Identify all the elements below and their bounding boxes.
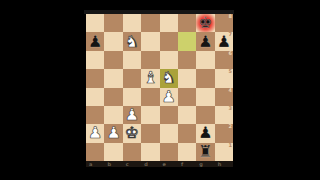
piece-white-pawn-a2[interactable]: ♟ [88,125,102,141]
rank-label-1: 1 [229,143,232,148]
file-label-e: e [160,161,178,167]
square-b2[interactable]: ♟ [104,124,122,142]
file-label-d: d [141,161,159,167]
piece-white-pawn-e4[interactable]: ♟ [162,88,176,104]
file-coordinates-strip: abcdefgh [86,161,233,167]
piece-white-knight-c7[interactable]: ♞ [125,33,139,49]
square-c6[interactable] [123,51,141,69]
square-g4[interactable] [196,88,214,106]
piece-white-pawn-c3[interactable]: ♟ [125,107,139,123]
square-f3[interactable] [178,106,196,124]
square-a7[interactable]: ♟ [86,32,104,50]
rank-label-8: 8 [229,14,232,19]
piece-black-pawn-g2[interactable]: ♟ [198,125,212,141]
file-label-b: b [104,161,122,167]
piece-black-pawn-h7[interactable]: ♟ [217,33,231,49]
square-h5[interactable]: 5 [215,69,233,87]
square-g3[interactable] [196,106,214,124]
square-c2[interactable]: ♚ [123,124,141,142]
rank-label-2: 2 [229,124,232,129]
rank-label-4: 4 [229,88,232,93]
square-d7[interactable] [141,32,159,50]
piece-white-king-c2[interactable]: ♚ [125,125,139,141]
square-d3[interactable] [141,106,159,124]
square-e3[interactable] [160,106,178,124]
square-f5[interactable] [178,69,196,87]
square-d4[interactable] [141,88,159,106]
square-b1[interactable] [104,143,122,161]
square-h3[interactable]: 3 [215,106,233,124]
square-b6[interactable] [104,51,122,69]
square-e1[interactable] [160,143,178,161]
square-a2[interactable]: ♟ [86,124,104,142]
square-g1[interactable]: ♜ [196,143,214,161]
square-d5[interactable]: ♝ [141,69,159,87]
square-a6[interactable] [86,51,104,69]
square-f2[interactable] [178,124,196,142]
square-h6[interactable]: 6 [215,51,233,69]
square-f4[interactable] [178,88,196,106]
piece-black-king-g8[interactable]: ♚ [198,15,212,31]
square-b3[interactable] [104,106,122,124]
square-e2[interactable] [160,124,178,142]
square-c7[interactable]: ♞ [123,32,141,50]
square-e4[interactable]: ♟ [160,88,178,106]
piece-white-bishop-d5[interactable]: ♝ [143,70,157,86]
square-f6[interactable] [178,51,196,69]
square-e6[interactable] [160,51,178,69]
piece-white-knight-e5[interactable]: ♞ [162,70,176,86]
square-a5[interactable] [86,69,104,87]
square-h2[interactable]: 2 [215,124,233,142]
square-g8[interactable]: ♚ [196,14,214,32]
square-b7[interactable] [104,32,122,50]
square-c3[interactable]: ♟ [123,106,141,124]
square-a8[interactable] [86,14,104,32]
square-b5[interactable] [104,69,122,87]
file-label-g: g [196,161,214,167]
square-f7[interactable] [178,32,196,50]
rank-label-6: 6 [229,51,232,56]
chess-board[interactable]: ♚8♟♞♟7♟6♝♞5♟4♟3♟♟♚♟2♜1 [86,14,233,161]
square-c5[interactable] [123,69,141,87]
file-label-f: f [178,161,196,167]
square-f8[interactable] [178,14,196,32]
square-a4[interactable] [86,88,104,106]
square-h4[interactable]: 4 [215,88,233,106]
square-h1[interactable]: 1 [215,143,233,161]
square-g7[interactable]: ♟ [196,32,214,50]
page-background: ♚8♟♞♟7♟6♝♞5♟4♟3♟♟♚♟2♜1 abcdefgh [0,0,320,180]
piece-black-pawn-g7[interactable]: ♟ [198,33,212,49]
square-h7[interactable]: 7♟ [215,32,233,50]
piece-black-rook-g1[interactable]: ♜ [198,143,212,159]
square-d8[interactable] [141,14,159,32]
square-d2[interactable] [141,124,159,142]
square-h8[interactable]: 8 [215,14,233,32]
square-f1[interactable] [178,143,196,161]
square-b8[interactable] [104,14,122,32]
square-c4[interactable] [123,88,141,106]
square-a3[interactable] [86,106,104,124]
square-c1[interactable] [123,143,141,161]
piece-white-pawn-b2[interactable]: ♟ [106,125,120,141]
file-label-a: a [86,161,104,167]
file-label-c: c [123,161,141,167]
square-b4[interactable] [104,88,122,106]
square-e5[interactable]: ♞ [160,69,178,87]
square-a1[interactable] [86,143,104,161]
file-label-h: h [215,161,233,167]
rank-label-5: 5 [229,69,232,74]
square-d1[interactable] [141,143,159,161]
square-e7[interactable] [160,32,178,50]
square-g2[interactable]: ♟ [196,124,214,142]
piece-black-pawn-a7[interactable]: ♟ [88,33,102,49]
rank-label-3: 3 [229,106,232,111]
square-d6[interactable] [141,51,159,69]
square-g6[interactable] [196,51,214,69]
square-e8[interactable] [160,14,178,32]
square-g5[interactable] [196,69,214,87]
square-c8[interactable] [123,14,141,32]
